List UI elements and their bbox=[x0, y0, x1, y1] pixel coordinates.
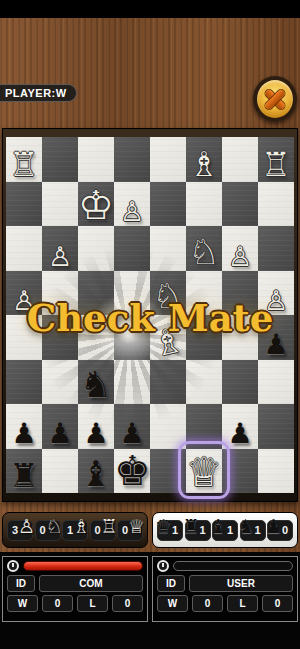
black-bishop-icon: ♝ bbox=[210, 517, 227, 536]
board-square[interactable] bbox=[258, 360, 294, 405]
user-losses-label: L bbox=[227, 595, 258, 612]
board-square[interactable] bbox=[114, 137, 150, 182]
com-panel: ID COM W 0 L 0 bbox=[2, 556, 148, 622]
piece-white-pawn[interactable]: ♙ bbox=[222, 243, 258, 270]
board-square[interactable] bbox=[222, 182, 258, 227]
board-square[interactable] bbox=[186, 182, 222, 227]
com-losses-value: 0 bbox=[112, 595, 143, 612]
piece-black-pawn[interactable]: ♟ bbox=[114, 420, 150, 448]
board-square[interactable] bbox=[150, 182, 186, 227]
captured-black-queen: ♛1 bbox=[157, 520, 183, 541]
black-rook-icon: ♜ bbox=[183, 517, 200, 536]
captured-count: 1 bbox=[199, 524, 205, 536]
com-id-label: ID bbox=[7, 575, 35, 592]
captured-tray-white: ♙3♘0♗1♖0♕0 bbox=[2, 512, 148, 548]
close-button[interactable] bbox=[253, 76, 297, 122]
user-wins-value: 0 bbox=[192, 595, 223, 612]
piece-black-pawn[interactable]: ♟ bbox=[6, 420, 42, 448]
com-wins-label: W bbox=[7, 595, 38, 612]
com-timer-bar bbox=[23, 561, 143, 571]
captured-black-pawn: ♟0 bbox=[267, 520, 293, 541]
piece-black-pawn[interactable]: ♟ bbox=[222, 420, 258, 448]
piece-white-king[interactable]: ♔ bbox=[78, 185, 114, 225]
white-bishop-icon: ♗ bbox=[73, 517, 90, 536]
board-square[interactable] bbox=[6, 182, 42, 227]
board-square[interactable] bbox=[258, 226, 294, 271]
white-queen-icon: ♕ bbox=[128, 517, 145, 536]
board-square[interactable] bbox=[222, 360, 258, 405]
captured-white-bishop: ♗1 bbox=[62, 520, 88, 541]
captured-count: 1 bbox=[67, 524, 73, 536]
piece-white-pawn[interactable]: ♙ bbox=[114, 198, 150, 225]
user-timer-bar bbox=[173, 561, 293, 571]
user-wins-label: W bbox=[157, 595, 188, 612]
captured-count: 0 bbox=[122, 524, 128, 536]
user-name: USER bbox=[189, 575, 293, 592]
captured-count: 3 bbox=[12, 524, 18, 536]
captured-count: 1 bbox=[254, 524, 260, 536]
captured-count: 0 bbox=[282, 524, 288, 536]
board-square[interactable] bbox=[222, 137, 258, 182]
board-square[interactable] bbox=[6, 226, 42, 271]
piece-white-knight[interactable]: ♘ bbox=[186, 235, 222, 270]
captured-count: 1 bbox=[227, 524, 233, 536]
piece-white-rook[interactable]: ♖ bbox=[258, 148, 294, 181]
timer-icon bbox=[157, 560, 169, 572]
white-rook-icon: ♖ bbox=[100, 517, 117, 536]
piece-white-pawn[interactable]: ♙ bbox=[42, 243, 78, 270]
checkmate-banner: Check Mate bbox=[0, 296, 300, 340]
black-knight-icon: ♞ bbox=[238, 517, 255, 536]
captured-white-knight: ♘0 bbox=[35, 520, 61, 541]
captured-black-knight: ♞1 bbox=[240, 520, 266, 541]
board-square[interactable] bbox=[258, 182, 294, 227]
black-pawn-icon: ♟ bbox=[265, 517, 282, 536]
piece-white-bishop[interactable]: ♗ bbox=[186, 147, 222, 181]
captured-white-pawn: ♙3 bbox=[7, 520, 33, 541]
white-pawn-icon: ♙ bbox=[18, 517, 35, 536]
piece-black-pawn[interactable]: ♟ bbox=[42, 420, 78, 448]
board-square[interactable] bbox=[42, 449, 78, 494]
com-losses-label: L bbox=[77, 595, 108, 612]
user-panel: ID USER W 0 L 0 bbox=[152, 556, 298, 622]
com-wins-value: 0 bbox=[42, 595, 73, 612]
captured-count: 0 bbox=[95, 524, 101, 536]
user-losses-value: 0 bbox=[262, 595, 293, 612]
captured-count: 0 bbox=[40, 524, 46, 536]
piece-black-king[interactable]: ♚ bbox=[114, 451, 150, 492]
board-square[interactable] bbox=[150, 137, 186, 182]
white-knight-icon: ♘ bbox=[45, 517, 62, 536]
black-queen-icon: ♛ bbox=[155, 517, 172, 536]
player-turn-badge: PLAYER:W bbox=[0, 84, 77, 102]
status-bar bbox=[0, 0, 300, 18]
captured-black-rook: ♜1 bbox=[185, 520, 211, 541]
board-square[interactable] bbox=[42, 137, 78, 182]
user-id-label: ID bbox=[157, 575, 185, 592]
piece-black-rook[interactable]: ♜ bbox=[6, 459, 42, 492]
captured-black-bishop: ♝1 bbox=[212, 520, 238, 541]
board-square[interactable] bbox=[6, 360, 42, 405]
piece-white-rook[interactable]: ♖ bbox=[6, 148, 42, 181]
piece-black-bishop[interactable]: ♝ bbox=[78, 457, 114, 492]
timer-icon bbox=[7, 560, 19, 572]
piece-black-knight[interactable]: ♞ bbox=[78, 367, 114, 403]
board-square[interactable] bbox=[258, 404, 294, 449]
piece-white-queen[interactable]: ♕ bbox=[186, 452, 222, 492]
captured-white-rook: ♖0 bbox=[90, 520, 116, 541]
board-square[interactable] bbox=[258, 449, 294, 494]
com-name: COM bbox=[39, 575, 143, 592]
captured-count: 1 bbox=[172, 524, 178, 536]
piece-black-pawn[interactable]: ♟ bbox=[78, 420, 114, 448]
board-square[interactable] bbox=[42, 182, 78, 227]
board-square[interactable] bbox=[78, 137, 114, 182]
captured-tray-black: ♛1♜1♝1♞1♟0 bbox=[152, 512, 298, 548]
captured-white-queen: ♕0 bbox=[117, 520, 143, 541]
